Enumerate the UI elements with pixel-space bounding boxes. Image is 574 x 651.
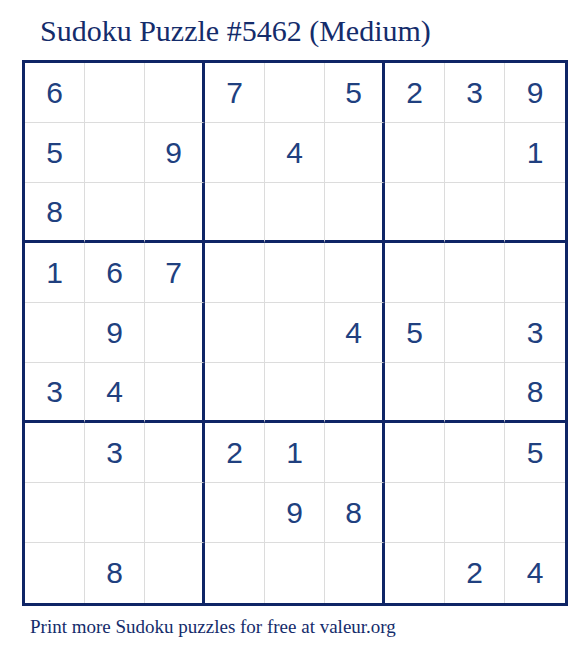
cell-r6c3 [145, 363, 205, 423]
cell-r6c1: 3 [25, 363, 85, 423]
cell-r2c7 [385, 123, 445, 183]
cell-r8c6: 8 [325, 483, 385, 543]
cell-r2c6 [325, 123, 385, 183]
cell-r1c1: 6 [25, 63, 85, 123]
cell-r9c1 [25, 543, 85, 603]
cell-r4c9 [505, 243, 565, 303]
cell-r6c9: 8 [505, 363, 565, 423]
cell-r7c2: 3 [85, 423, 145, 483]
cell-r6c4 [205, 363, 265, 423]
cell-r5c6: 4 [325, 303, 385, 363]
cell-r8c8 [445, 483, 505, 543]
cell-r9c9: 4 [505, 543, 565, 603]
cell-r6c8 [445, 363, 505, 423]
cell-r3c5 [265, 183, 325, 243]
cell-r8c1 [25, 483, 85, 543]
page-title: Sudoku Puzzle #5462 (Medium) [40, 14, 431, 48]
cell-r8c5: 9 [265, 483, 325, 543]
cell-r2c1: 5 [25, 123, 85, 183]
cell-r5c9: 3 [505, 303, 565, 363]
cell-r9c5 [265, 543, 325, 603]
cell-r1c3 [145, 63, 205, 123]
cell-r1c4: 7 [205, 63, 265, 123]
cell-r6c2: 4 [85, 363, 145, 423]
cell-r8c4 [205, 483, 265, 543]
cell-r3c6 [325, 183, 385, 243]
cell-r3c1: 8 [25, 183, 85, 243]
cell-r4c3: 7 [145, 243, 205, 303]
cell-r1c8: 3 [445, 63, 505, 123]
cell-r6c6 [325, 363, 385, 423]
cell-r6c5 [265, 363, 325, 423]
sudoku-board: 675239594181679453348321598824 [22, 60, 568, 606]
cell-r9c3 [145, 543, 205, 603]
cell-r9c8: 2 [445, 543, 505, 603]
cell-r5c2: 9 [85, 303, 145, 363]
cell-r9c4 [205, 543, 265, 603]
cell-r7c3 [145, 423, 205, 483]
cell-r2c9: 1 [505, 123, 565, 183]
cell-r4c5 [265, 243, 325, 303]
cell-r1c7: 2 [385, 63, 445, 123]
cell-r2c8 [445, 123, 505, 183]
cell-r9c2: 8 [85, 543, 145, 603]
cell-r3c2 [85, 183, 145, 243]
cell-r9c6 [325, 543, 385, 603]
cell-r3c4 [205, 183, 265, 243]
cell-r4c6 [325, 243, 385, 303]
cell-r4c8 [445, 243, 505, 303]
cell-r7c6 [325, 423, 385, 483]
cell-r7c5: 1 [265, 423, 325, 483]
cell-r7c1 [25, 423, 85, 483]
cell-r8c2 [85, 483, 145, 543]
cell-r5c8 [445, 303, 505, 363]
cell-r9c7 [385, 543, 445, 603]
cell-r5c5 [265, 303, 325, 363]
cell-r2c2 [85, 123, 145, 183]
cell-r3c3 [145, 183, 205, 243]
cell-r4c7 [385, 243, 445, 303]
cell-r7c9: 5 [505, 423, 565, 483]
cell-r2c5: 4 [265, 123, 325, 183]
cell-r1c6: 5 [325, 63, 385, 123]
cell-r1c9: 9 [505, 63, 565, 123]
cell-r2c4 [205, 123, 265, 183]
cell-r5c4 [205, 303, 265, 363]
footer-text: Print more Sudoku puzzles for free at va… [30, 616, 396, 638]
cell-r7c4: 2 [205, 423, 265, 483]
cell-r8c9 [505, 483, 565, 543]
cell-r5c7: 5 [385, 303, 445, 363]
cell-r4c4 [205, 243, 265, 303]
cell-r3c8 [445, 183, 505, 243]
cell-r4c2: 6 [85, 243, 145, 303]
cell-r5c1 [25, 303, 85, 363]
cell-r7c8 [445, 423, 505, 483]
cell-r6c7 [385, 363, 445, 423]
cell-r1c2 [85, 63, 145, 123]
cell-r8c3 [145, 483, 205, 543]
cell-r3c7 [385, 183, 445, 243]
cell-r8c7 [385, 483, 445, 543]
cell-r7c7 [385, 423, 445, 483]
cell-r2c3: 9 [145, 123, 205, 183]
cell-r1c5 [265, 63, 325, 123]
cell-r3c9 [505, 183, 565, 243]
cell-r4c1: 1 [25, 243, 85, 303]
cell-r5c3 [145, 303, 205, 363]
sudoku-page: Sudoku Puzzle #5462 (Medium) 67523959418… [0, 0, 574, 651]
